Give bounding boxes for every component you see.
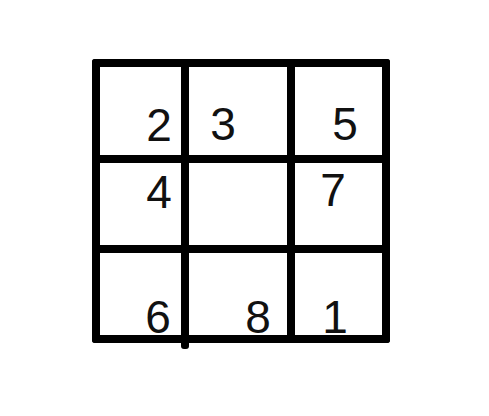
- grid-line-horizontal-top: [92, 59, 390, 67]
- puzzle-grid: 2 3 5 4 7 6 8 1: [96, 63, 386, 339]
- cell-r2c1-value: 4: [146, 169, 172, 215]
- cell-r2c1: 4: [96, 159, 185, 249]
- cell-r2c2-empty: [185, 159, 291, 249]
- puzzle-board: 2 3 5 4 7 6 8 1: [92, 59, 390, 343]
- cell-r1c3-value: 5: [332, 101, 358, 147]
- cell-r3c1-value: 6: [145, 294, 171, 340]
- grid-line-vertical-col2: [287, 59, 295, 343]
- cell-r3c3-value: 1: [322, 294, 348, 340]
- cell-r2c3: 7: [291, 159, 386, 249]
- cell-r1c2: 3: [185, 63, 291, 159]
- grid-line-vertical-right: [382, 59, 390, 343]
- grid-line-vertical-col1: [181, 59, 189, 349]
- grid-line-horizontal-bottom: [92, 335, 390, 343]
- cell-r3c2-value: 8: [245, 294, 271, 340]
- cell-r3c3: 1: [291, 249, 386, 339]
- cell-r1c3: 5: [291, 63, 386, 159]
- cell-r3c2: 8: [185, 249, 291, 339]
- puzzle-page: 2 3 5 4 7 6 8 1: [0, 0, 489, 416]
- cell-r2c3-value: 7: [320, 167, 346, 213]
- cell-r1c1: 2: [96, 63, 185, 159]
- grid-line-vertical-left: [92, 59, 100, 343]
- cell-r1c2-value: 3: [210, 101, 236, 147]
- grid-line-horizontal-row2: [92, 245, 390, 253]
- cell-r3c1: 6: [96, 249, 185, 339]
- grid-line-horizontal-row1: [92, 155, 390, 163]
- cell-r1c1-value: 2: [146, 102, 172, 148]
